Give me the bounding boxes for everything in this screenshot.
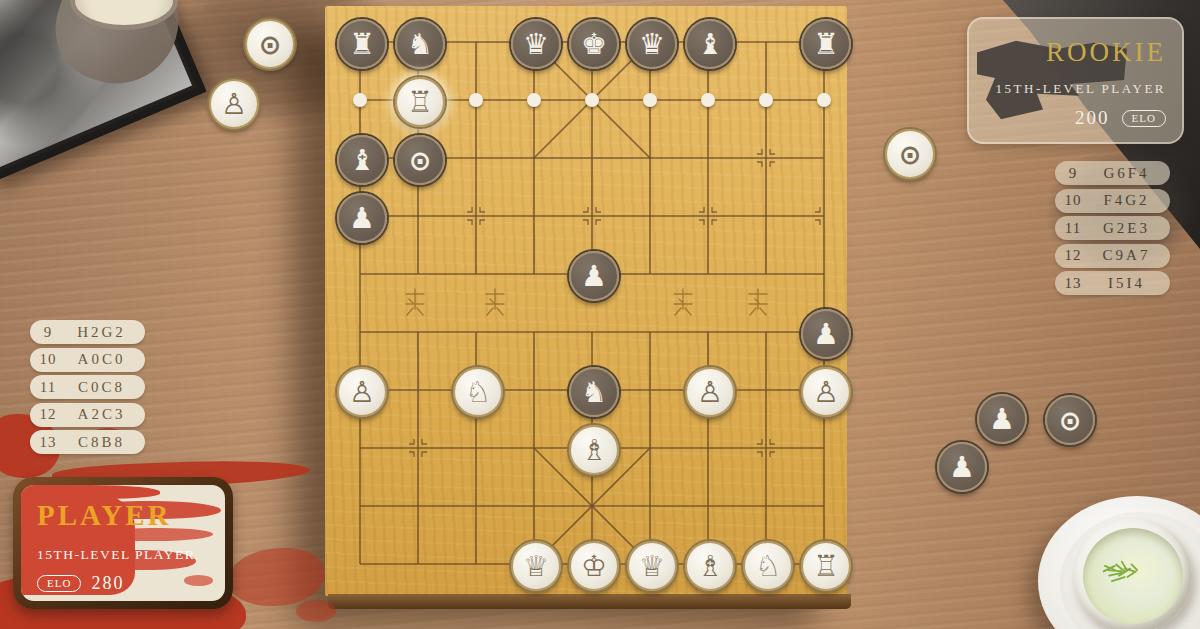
teacup bbox=[1074, 519, 1192, 629]
move-row: 11C0C8 bbox=[30, 375, 145, 399]
legal-move-dot[interactable] bbox=[353, 93, 367, 107]
red-paint-splatter bbox=[296, 600, 336, 622]
black-advisor[interactable]: ♛ bbox=[627, 19, 677, 69]
move-text: I5I4 bbox=[1091, 275, 1170, 292]
white-rook[interactable]: ♖ bbox=[801, 541, 851, 591]
move-text: A0C0 bbox=[66, 351, 145, 368]
opponent-elo: 200 ELO bbox=[1075, 107, 1166, 129]
black-pawn[interactable]: ♟ bbox=[337, 193, 387, 243]
white-elephant[interactable]: ♗ bbox=[685, 541, 735, 591]
captured-white-cannon: ⊙ bbox=[245, 19, 295, 69]
move-text: C0C8 bbox=[66, 379, 145, 396]
legal-move-dot[interactable] bbox=[701, 93, 715, 107]
player-card: PLAYER 15TH-LEVEL PLAYER ELO 280 bbox=[13, 477, 233, 609]
player-elo: ELO 280 bbox=[37, 573, 124, 594]
player-card-inner: PLAYER 15TH-LEVEL PLAYER ELO 280 bbox=[21, 485, 225, 601]
move-number: 13 bbox=[1055, 275, 1091, 292]
move-row: 11G2E3 bbox=[1055, 216, 1170, 240]
move-number: 9 bbox=[1055, 165, 1091, 182]
move-text: C8B8 bbox=[66, 434, 145, 451]
white-knight[interactable]: ♘ bbox=[743, 541, 793, 591]
black-king[interactable]: ♚ bbox=[569, 19, 619, 69]
move-number: 11 bbox=[1055, 220, 1091, 237]
move-text: G2E3 bbox=[1091, 220, 1170, 237]
move-number: 12 bbox=[30, 406, 66, 423]
move-text: F4G2 bbox=[1091, 192, 1170, 209]
black-advisor[interactable]: ♛ bbox=[511, 19, 561, 69]
black-elephant[interactable]: ♝ bbox=[337, 135, 387, 185]
xiangqi-board[interactable]: ♜♞♛♚♛♝♜♖♝⊙♟♟♟♙♘♞♙♙♗♕♔♕♗♘♖ bbox=[325, 6, 847, 596]
captured-white-cannon: ⊙ bbox=[885, 129, 935, 179]
black-knight[interactable]: ♞ bbox=[569, 367, 619, 417]
move-number: 10 bbox=[30, 351, 66, 368]
black-rook[interactable]: ♜ bbox=[801, 19, 851, 69]
black-knight[interactable]: ♞ bbox=[395, 19, 445, 69]
opponent-elo-value: 200 bbox=[1075, 107, 1110, 129]
move-list-opponent: 9G6F410F4G211G2E312C9A713I5I4 bbox=[1055, 161, 1170, 299]
legal-move-dot[interactable] bbox=[469, 93, 483, 107]
move-row: 13I5I4 bbox=[1055, 271, 1170, 295]
game-scene: ♜♞♛♚♛♝♜♖♝⊙♟♟♟♙♘♞♙♙♗♕♔♕♗♘♖ 9H2G210A0C011C… bbox=[0, 0, 1200, 629]
move-row: 12C9A7 bbox=[1055, 244, 1170, 268]
legal-move-dot[interactable] bbox=[643, 93, 657, 107]
white-knight[interactable]: ♘ bbox=[453, 367, 503, 417]
white-advisor[interactable]: ♕ bbox=[511, 541, 561, 591]
white-pawn[interactable]: ♙ bbox=[337, 367, 387, 417]
elo-badge: ELO bbox=[1122, 110, 1166, 127]
black-pawn[interactable]: ♟ bbox=[569, 251, 619, 301]
legal-move-dot[interactable] bbox=[527, 93, 541, 107]
legal-move-dot[interactable] bbox=[759, 93, 773, 107]
move-number: 11 bbox=[30, 379, 66, 396]
black-cannon[interactable]: ⊙ bbox=[395, 135, 445, 185]
player-name: PLAYER bbox=[37, 499, 172, 532]
player-subtitle: 15TH-LEVEL PLAYER bbox=[37, 547, 195, 563]
green-tea bbox=[1083, 528, 1183, 624]
move-row: 9H2G2 bbox=[30, 320, 145, 344]
move-row: 10A0C0 bbox=[30, 348, 145, 372]
move-number: 10 bbox=[1055, 192, 1091, 209]
legal-move-dot[interactable] bbox=[817, 93, 831, 107]
white-pawn[interactable]: ♙ bbox=[801, 367, 851, 417]
move-number: 12 bbox=[1055, 247, 1091, 264]
white-pawn[interactable]: ♙ bbox=[685, 367, 735, 417]
move-row: 9G6F4 bbox=[1055, 161, 1170, 185]
opponent-name: ROOKIE bbox=[1046, 37, 1166, 68]
legal-move-dot[interactable] bbox=[585, 93, 599, 107]
captured-black-cannon: ⊙ bbox=[1045, 395, 1095, 445]
captured-black-pawn: ♟ bbox=[977, 394, 1027, 444]
captured-white-pawn: ♙ bbox=[209, 79, 259, 129]
black-elephant[interactable]: ♝ bbox=[685, 19, 735, 69]
tea-leaves bbox=[1091, 545, 1161, 601]
black-rook[interactable]: ♜ bbox=[337, 19, 387, 69]
move-number: 9 bbox=[30, 324, 66, 341]
white-elephant[interactable]: ♗ bbox=[569, 425, 619, 475]
move-text: C9A7 bbox=[1091, 247, 1170, 264]
captured-black-pawn: ♟ bbox=[937, 442, 987, 492]
white-advisor[interactable]: ♕ bbox=[627, 541, 677, 591]
white-rook[interactable]: ♖ bbox=[395, 77, 445, 127]
move-text: G6F4 bbox=[1091, 165, 1170, 182]
player-elo-value: 280 bbox=[91, 573, 124, 594]
opponent-card: ROOKIE 15TH-LEVEL PLAYER 200 ELO bbox=[967, 17, 1184, 144]
opponent-subtitle: 15TH-LEVEL PLAYER bbox=[996, 81, 1166, 97]
move-row: 13C8B8 bbox=[30, 430, 145, 454]
move-text: A2C3 bbox=[66, 406, 145, 423]
move-number: 13 bbox=[30, 434, 66, 451]
black-pawn[interactable]: ♟ bbox=[801, 309, 851, 359]
move-row: 12A2C3 bbox=[30, 403, 145, 427]
white-king[interactable]: ♔ bbox=[569, 541, 619, 591]
move-row: 10F4G2 bbox=[1055, 189, 1170, 213]
elo-badge: ELO bbox=[37, 575, 81, 592]
move-text: H2G2 bbox=[66, 324, 145, 341]
move-list-player: 9H2G210A0C011C0C812A2C313C8B8 bbox=[30, 320, 145, 458]
